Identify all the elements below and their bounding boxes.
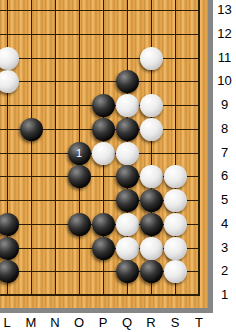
row-label-5: 5	[213, 192, 236, 208]
col-label-M: M	[19, 313, 43, 332]
white-stone-R11[interactable]	[140, 47, 163, 70]
white-stone-R3[interactable]	[140, 237, 163, 260]
black-stone-O6[interactable]	[68, 165, 91, 188]
col-label-P: P	[91, 313, 115, 332]
black-stone-P4[interactable]	[92, 213, 115, 236]
black-stone-L4[interactable]	[0, 213, 19, 236]
white-stone-P7[interactable]	[92, 142, 115, 165]
col-label-L: L	[0, 313, 19, 332]
black-stone-M8[interactable]	[20, 118, 43, 141]
white-stone-S6[interactable]	[164, 165, 187, 188]
black-stone-Q8[interactable]	[116, 118, 139, 141]
row-label-3: 3	[213, 240, 236, 256]
row-label-12: 12	[213, 26, 236, 42]
white-stone-S2[interactable]	[164, 260, 187, 283]
grid-hline-12	[0, 34, 200, 35]
col-label-O: O	[67, 313, 91, 332]
black-stone-R2[interactable]	[140, 260, 163, 283]
row-label-10: 10	[213, 73, 236, 89]
black-stone-L2[interactable]	[0, 260, 19, 283]
white-stone-L10[interactable]	[0, 70, 19, 93]
black-stone-Q2[interactable]	[116, 260, 139, 283]
row-label-9: 9	[213, 97, 236, 113]
white-stone-R8[interactable]	[140, 118, 163, 141]
grid-hline-10	[0, 81, 200, 82]
row-label-7: 7	[213, 145, 236, 161]
row-label-13: 13	[213, 2, 236, 18]
row-label-6: 6	[213, 168, 236, 184]
black-stone-P3[interactable]	[92, 237, 115, 260]
row-label-1: 1	[213, 287, 236, 303]
black-stone-R4[interactable]	[140, 213, 163, 236]
row-label-8: 8	[213, 121, 236, 137]
move-number-label: 1	[68, 142, 91, 165]
black-stone-P8[interactable]	[92, 118, 115, 141]
white-stone-Q3[interactable]	[116, 237, 139, 260]
black-stone-P9[interactable]	[92, 94, 115, 117]
go-board-viewer: 1 13121110987654321 LMNOPQRST	[0, 0, 236, 332]
black-stone-L3[interactable]	[0, 237, 19, 260]
white-stone-Q4[interactable]	[116, 213, 139, 236]
grid-vline-N	[55, 0, 56, 296]
row-label-2: 2	[213, 263, 236, 279]
col-label-Q: Q	[115, 313, 139, 332]
white-stone-R6[interactable]	[140, 165, 163, 188]
white-stone-R9[interactable]	[140, 94, 163, 117]
col-label-S: S	[163, 313, 187, 332]
white-stone-Q9[interactable]	[116, 94, 139, 117]
black-stone-Q6[interactable]	[116, 165, 139, 188]
black-stone-Q10[interactable]	[116, 70, 139, 93]
white-stone-Q7[interactable]	[116, 142, 139, 165]
col-label-R: R	[139, 313, 163, 332]
grid-hline-1	[0, 294, 200, 296]
go-board[interactable]: 1	[0, 0, 208, 308]
grid-hline-13	[0, 10, 200, 11]
white-stone-S3[interactable]	[164, 237, 187, 260]
black-stone-Q5[interactable]	[116, 189, 139, 212]
black-stone-O4[interactable]	[68, 213, 91, 236]
col-label-N: N	[43, 313, 67, 332]
grid-vline-M	[31, 0, 32, 296]
row-label-11: 11	[213, 50, 236, 66]
black-stone-R5[interactable]	[140, 189, 163, 212]
white-stone-S5[interactable]	[164, 189, 187, 212]
white-stone-S4[interactable]	[164, 213, 187, 236]
grid-hline-11	[0, 58, 200, 59]
col-label-T: T	[187, 313, 211, 332]
row-label-4: 4	[213, 216, 236, 232]
grid-vline-T	[198, 0, 200, 296]
black-stone-O7[interactable]: 1	[68, 142, 91, 165]
white-stone-L11[interactable]	[0, 47, 19, 70]
